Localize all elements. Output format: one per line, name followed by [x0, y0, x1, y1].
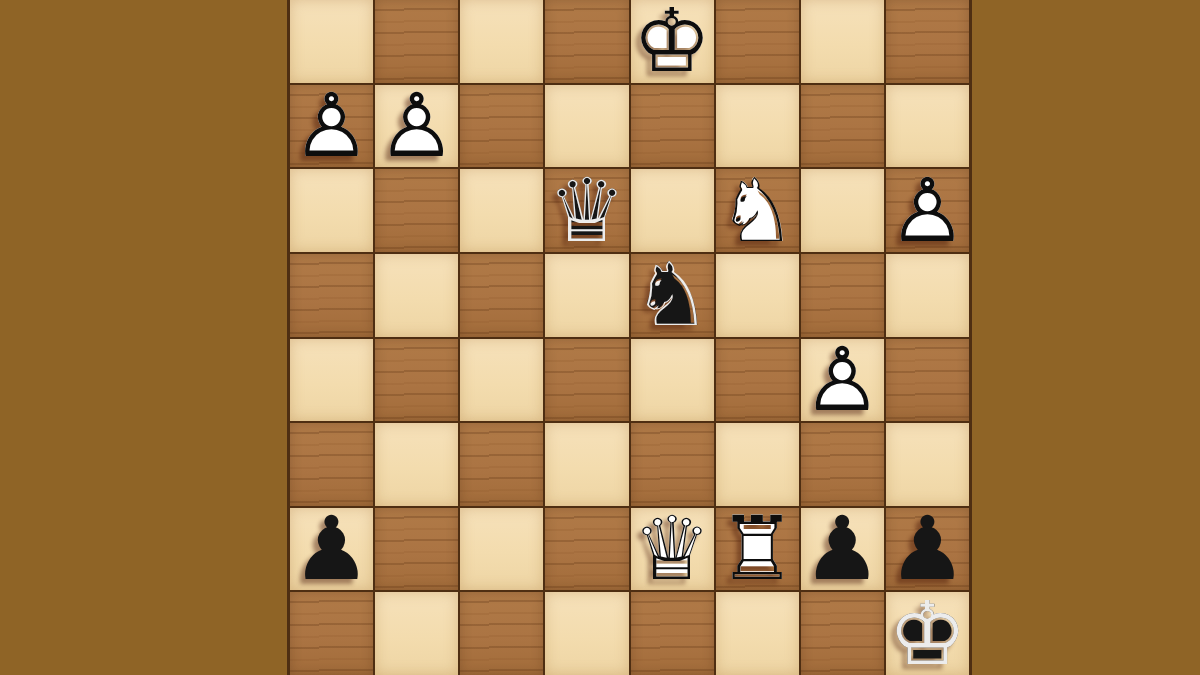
square-f7[interactable] [716, 85, 799, 168]
piece-black-pawn[interactable]: ♟ [290, 508, 373, 591]
square-c7[interactable] [460, 85, 543, 168]
square-a3[interactable] [290, 423, 373, 506]
square-c8[interactable] [460, 0, 543, 83]
piece-white-knight[interactable]: ♞♘ [716, 169, 799, 252]
square-b8[interactable] [375, 0, 458, 83]
square-h5[interactable] [886, 254, 969, 337]
white-knight-outline: ♘ [716, 169, 799, 252]
square-b6[interactable] [375, 169, 458, 252]
white-pawn-outline: ♙ [375, 85, 458, 168]
square-g6[interactable] [801, 169, 884, 252]
white-pawn-outline: ♙ [801, 339, 884, 422]
square-e8[interactable]: ♚♔ [631, 0, 714, 83]
piece-black-queen[interactable]: ♛♕ [545, 169, 628, 252]
square-f5[interactable] [716, 254, 799, 337]
square-b4[interactable] [375, 339, 458, 422]
square-a8[interactable] [290, 0, 373, 83]
black-king-outline: ♔ [886, 592, 969, 675]
square-h7[interactable] [886, 85, 969, 168]
square-g8[interactable] [801, 0, 884, 83]
square-d1[interactable] [545, 592, 628, 675]
square-c3[interactable] [460, 423, 543, 506]
square-a2[interactable]: ♟ [290, 508, 373, 591]
white-pawn-outline: ♙ [290, 85, 373, 168]
square-a5[interactable] [290, 254, 373, 337]
square-e3[interactable] [631, 423, 714, 506]
square-c2[interactable] [460, 508, 543, 591]
square-d2[interactable] [545, 508, 628, 591]
square-d4[interactable] [545, 339, 628, 422]
white-rook-outline: ♖ [716, 508, 799, 591]
square-a6[interactable] [290, 169, 373, 252]
piece-white-pawn[interactable]: ♟♙ [801, 339, 884, 422]
square-c4[interactable] [460, 339, 543, 422]
square-f3[interactable] [716, 423, 799, 506]
square-d6[interactable]: ♛♕ [545, 169, 628, 252]
square-g2[interactable]: ♟ [801, 508, 884, 591]
square-h1[interactable]: ♚♔ [886, 592, 969, 675]
square-h8[interactable] [886, 0, 969, 83]
square-a1[interactable] [290, 592, 373, 675]
piece-white-king[interactable]: ♚♔ [631, 0, 714, 83]
square-b7[interactable]: ♟♙ [375, 85, 458, 168]
black-pawn-glyph: ♟ [886, 508, 969, 591]
square-e2[interactable]: ♛♕ [631, 508, 714, 591]
square-b5[interactable] [375, 254, 458, 337]
square-e7[interactable] [631, 85, 714, 168]
square-d7[interactable] [545, 85, 628, 168]
square-e5[interactable]: ♞♘ [631, 254, 714, 337]
square-f4[interactable] [716, 339, 799, 422]
white-queen-outline: ♕ [631, 508, 714, 591]
square-g7[interactable] [801, 85, 884, 168]
square-g4[interactable]: ♟♙ [801, 339, 884, 422]
square-f6[interactable]: ♞♘ [716, 169, 799, 252]
square-h4[interactable] [886, 339, 969, 422]
black-pawn-glyph: ♟ [290, 508, 373, 591]
square-d5[interactable] [545, 254, 628, 337]
square-f8[interactable] [716, 0, 799, 83]
square-a4[interactable] [290, 339, 373, 422]
square-f2[interactable]: ♜♖ [716, 508, 799, 591]
square-h6[interactable]: ♟♙ [886, 169, 969, 252]
piece-white-rook[interactable]: ♜♖ [716, 508, 799, 591]
square-b1[interactable] [375, 592, 458, 675]
square-b3[interactable] [375, 423, 458, 506]
square-g3[interactable] [801, 423, 884, 506]
square-e4[interactable] [631, 339, 714, 422]
page-background: ♚♔♟♙♟♙♛♕♞♘♟♙♞♘♟♙♟♛♕♜♖♟♟♚♔ [0, 0, 1200, 675]
square-c6[interactable] [460, 169, 543, 252]
piece-black-pawn[interactable]: ♟ [886, 508, 969, 591]
square-d3[interactable] [545, 423, 628, 506]
square-b2[interactable] [375, 508, 458, 591]
square-c5[interactable] [460, 254, 543, 337]
square-c1[interactable] [460, 592, 543, 675]
square-f1[interactable] [716, 592, 799, 675]
piece-black-knight[interactable]: ♞♘ [631, 254, 714, 337]
black-queen-outline: ♕ [545, 169, 628, 252]
square-e1[interactable] [631, 592, 714, 675]
piece-white-queen[interactable]: ♛♕ [631, 508, 714, 591]
square-h3[interactable] [886, 423, 969, 506]
square-d8[interactable] [545, 0, 628, 83]
piece-white-pawn[interactable]: ♟♙ [375, 85, 458, 168]
square-g1[interactable] [801, 592, 884, 675]
piece-black-king[interactable]: ♚♔ [886, 592, 969, 675]
white-king-outline: ♔ [631, 0, 714, 83]
chess-board[interactable]: ♚♔♟♙♟♙♛♕♞♘♟♙♞♘♟♙♟♛♕♜♖♟♟♚♔ [287, 0, 972, 675]
piece-black-pawn[interactable]: ♟ [801, 508, 884, 591]
black-pawn-glyph: ♟ [801, 508, 884, 591]
square-e6[interactable] [631, 169, 714, 252]
piece-white-pawn[interactable]: ♟♙ [886, 169, 969, 252]
square-a7[interactable]: ♟♙ [290, 85, 373, 168]
black-knight-outline: ♘ [631, 254, 714, 337]
white-pawn-outline: ♙ [886, 169, 969, 252]
piece-white-pawn[interactable]: ♟♙ [290, 85, 373, 168]
square-g5[interactable] [801, 254, 884, 337]
square-h2[interactable]: ♟ [886, 508, 969, 591]
